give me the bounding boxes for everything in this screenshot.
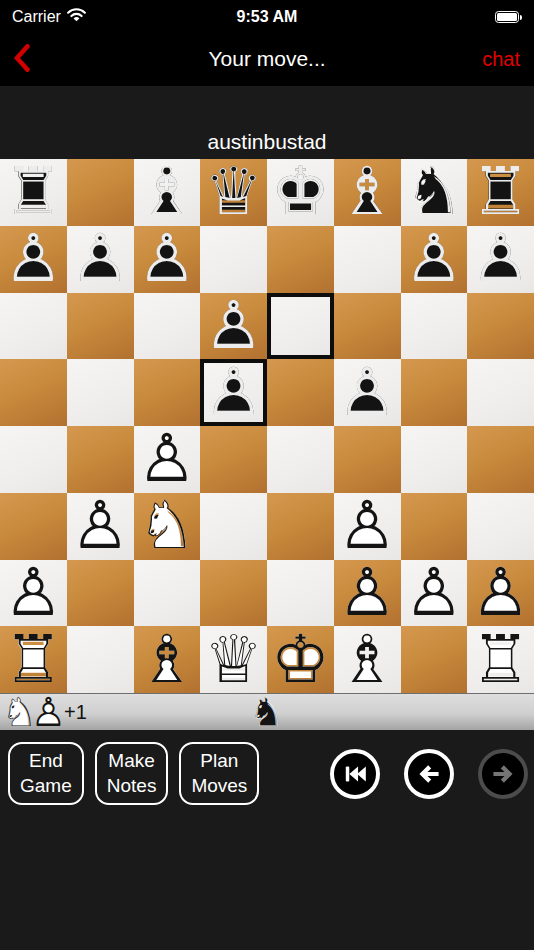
square-d7[interactable] <box>200 226 267 293</box>
piece-black-bishop: ♝♗ <box>134 159 201 226</box>
back-arrow-icon <box>415 760 443 788</box>
piece-black-pawn: ♟♙ <box>467 226 534 293</box>
square-e2[interactable] <box>267 560 334 627</box>
app-screen: Carrier 9:53 AM <box>0 0 534 950</box>
previous-move-button[interactable] <box>404 749 454 799</box>
battery-icon <box>495 11 522 23</box>
square-d5[interactable]: ♟♙ <box>200 359 267 426</box>
square-b7[interactable]: ♟♙ <box>67 226 134 293</box>
square-a5[interactable] <box>0 359 67 426</box>
square-g8[interactable]: ♞♘ <box>401 159 468 226</box>
piece-black-king: ♚♔ <box>267 159 334 226</box>
piece-black-bishop: ♝♗ <box>334 159 401 226</box>
forward-arrow-icon <box>489 760 517 788</box>
square-e6[interactable] <box>267 293 334 360</box>
header: Carrier 9:53 AM <box>0 0 534 86</box>
square-c3[interactable]: ♞♘ <box>134 493 201 560</box>
square-a6[interactable] <box>0 293 67 360</box>
square-g6[interactable] <box>401 293 468 360</box>
square-e1[interactable]: ♚♔ <box>267 626 334 693</box>
square-g2[interactable]: ♟♙ <box>401 560 468 627</box>
make-notes-button[interactable]: Make Notes <box>95 742 169 805</box>
nav-bar: Your move... chat <box>0 32 534 86</box>
square-b8[interactable] <box>67 159 134 226</box>
square-f1[interactable]: ♝♗ <box>334 626 401 693</box>
piece-white-pawn: ♟♙ <box>467 560 534 627</box>
piece-black-rook: ♜♖ <box>0 159 67 226</box>
square-f7[interactable] <box>334 226 401 293</box>
piece-white-rook: ♜♖ <box>0 626 67 693</box>
square-h5[interactable] <box>467 359 534 426</box>
action-buttons: End Game Make Notes Plan Moves <box>8 742 259 805</box>
square-c1[interactable]: ♝♗ <box>134 626 201 693</box>
chess-board[interactable]: ♜♖♝♗♛♕♚♔♝♗♞♘♜♖♟♙♟♙♟♙♟♙♟♙♟♙♟♙♟♙♟♙♟♙♞♘♟♙♟♙… <box>0 159 534 693</box>
square-e5[interactable] <box>267 359 334 426</box>
piece-white-bishop: ♝♗ <box>334 626 401 693</box>
square-g5[interactable] <box>401 359 468 426</box>
square-c7[interactable]: ♟♙ <box>134 226 201 293</box>
square-a8[interactable]: ♜♖ <box>0 159 67 226</box>
piece-black-pawn: ♟♙ <box>0 226 67 293</box>
square-d1[interactable]: ♛♕ <box>200 626 267 693</box>
skip-to-start-icon <box>342 761 368 787</box>
piece-black-pawn: ♟♙ <box>134 226 201 293</box>
square-d8[interactable]: ♛♕ <box>200 159 267 226</box>
square-g1[interactable] <box>401 626 468 693</box>
piece-white-pawn: ♟♙ <box>67 493 134 560</box>
chat-link[interactable]: chat <box>482 48 520 71</box>
square-b5[interactable] <box>67 359 134 426</box>
piece-black-queen: ♛♕ <box>200 159 267 226</box>
captured-black-pieces: ♞♘ <box>253 694 282 730</box>
page-title: Your move... <box>0 47 534 71</box>
piece-black-pawn: ♟♙ <box>200 293 267 360</box>
square-h2[interactable]: ♟♙ <box>467 560 534 627</box>
square-a1[interactable]: ♜♖ <box>0 626 67 693</box>
square-c4[interactable]: ♟♙ <box>134 426 201 493</box>
piece-black-knight: ♞♘ <box>401 159 468 226</box>
square-e4[interactable] <box>267 426 334 493</box>
square-d4[interactable] <box>200 426 267 493</box>
square-g7[interactable]: ♟♙ <box>401 226 468 293</box>
piece-white-pawn: ♟♙ <box>401 560 468 627</box>
piece-white-king: ♚♔ <box>267 626 334 693</box>
piece-white-rook: ♜♖ <box>467 626 534 693</box>
captured-tray: ♞♘♟♙ +1 ♞♘ <box>0 693 534 730</box>
square-h4[interactable] <box>467 426 534 493</box>
square-f3[interactable]: ♟♙ <box>334 493 401 560</box>
square-f5[interactable]: ♟♙ <box>334 359 401 426</box>
square-a2[interactable]: ♟♙ <box>0 560 67 627</box>
plan-moves-button[interactable]: Plan Moves <box>179 742 259 805</box>
piece-white-pawn: ♟♙ <box>334 493 401 560</box>
status-bar: Carrier 9:53 AM <box>0 0 534 32</box>
opponent-name: austinbustad <box>207 130 326 154</box>
square-f2[interactable]: ♟♙ <box>334 560 401 627</box>
square-e7[interactable] <box>267 226 334 293</box>
end-game-button[interactable]: End Game <box>8 742 84 805</box>
square-c2[interactable] <box>134 560 201 627</box>
piece-black-pawn: ♟♙ <box>334 359 401 426</box>
square-g3[interactable] <box>401 493 468 560</box>
square-c6[interactable] <box>134 293 201 360</box>
square-f8[interactable]: ♝♗ <box>334 159 401 226</box>
square-d6[interactable]: ♟♙ <box>200 293 267 360</box>
piece-white-pawn: ♟♙ <box>334 560 401 627</box>
square-e8[interactable]: ♚♔ <box>267 159 334 226</box>
square-b2[interactable] <box>67 560 134 627</box>
square-e3[interactable] <box>267 493 334 560</box>
square-h7[interactable]: ♟♙ <box>467 226 534 293</box>
square-h1[interactable]: ♜♖ <box>467 626 534 693</box>
square-c5[interactable] <box>134 359 201 426</box>
opponent-bar: austinbustad <box>0 86 534 159</box>
back-chevron-icon <box>14 44 30 75</box>
square-d2[interactable] <box>200 560 267 627</box>
square-a4[interactable] <box>0 426 67 493</box>
piece-black-knight: ♞♘ <box>253 694 282 730</box>
piece-white-knight: ♞♘ <box>134 493 201 560</box>
square-b3[interactable]: ♟♙ <box>67 493 134 560</box>
piece-black-pawn: ♟♙ <box>67 226 134 293</box>
material-advantage: +1 <box>64 701 87 724</box>
piece-white-pawn: ♟♙ <box>34 694 63 730</box>
square-h8[interactable]: ♜♖ <box>467 159 534 226</box>
square-a7[interactable]: ♟♙ <box>0 226 67 293</box>
controls-bar: End Game Make Notes Plan Moves <box>0 730 534 805</box>
piece-white-bishop: ♝♗ <box>134 626 201 693</box>
piece-white-queen: ♛♕ <box>200 626 267 693</box>
skip-to-start-button[interactable] <box>330 749 380 799</box>
square-g4[interactable] <box>401 426 468 493</box>
square-b4[interactable] <box>67 426 134 493</box>
back-button[interactable] <box>14 44 30 75</box>
piece-black-pawn: ♟♙ <box>401 226 468 293</box>
move-nav-buttons <box>330 749 528 799</box>
square-f4[interactable] <box>334 426 401 493</box>
piece-white-pawn: ♟♙ <box>0 560 67 627</box>
piece-white-pawn: ♟♙ <box>134 426 201 493</box>
square-h6[interactable] <box>467 293 534 360</box>
piece-black-pawn: ♟♙ <box>200 359 267 426</box>
piece-black-rook: ♜♖ <box>467 159 534 226</box>
square-a3[interactable] <box>0 493 67 560</box>
square-h3[interactable] <box>467 493 534 560</box>
carrier-label: Carrier <box>12 8 61 26</box>
square-c8[interactable]: ♝♗ <box>134 159 201 226</box>
square-b1[interactable] <box>67 626 134 693</box>
square-d3[interactable] <box>200 493 267 560</box>
next-move-button[interactable] <box>478 749 528 799</box>
square-b6[interactable] <box>67 293 134 360</box>
captured-white-pieces: ♞♘♟♙ <box>5 694 63 730</box>
wifi-icon <box>67 8 86 26</box>
square-f6[interactable] <box>334 293 401 360</box>
status-left: Carrier <box>12 8 86 26</box>
